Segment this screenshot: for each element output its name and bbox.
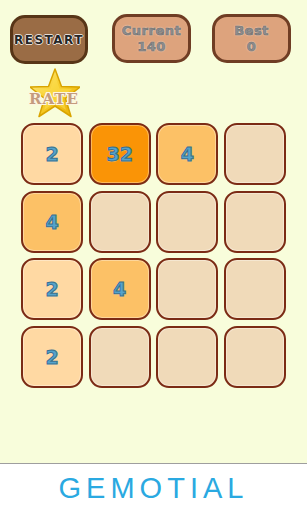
tile-r0c2: 4	[156, 123, 218, 185]
tile-r3c3	[224, 326, 286, 388]
restart-button-label: RESTART	[14, 33, 84, 47]
restart-button[interactable]: RESTART	[10, 15, 88, 64]
rate-button[interactable]: RATE	[22, 64, 86, 126]
tile-r0c0: 2	[21, 123, 83, 185]
tile-r2c0: 2	[21, 258, 83, 320]
best-score-box: Best 0	[212, 14, 291, 63]
footer-bar: GEMOTIAL	[0, 463, 307, 512]
tile-r2c3	[224, 258, 286, 320]
best-score-value: 0	[247, 39, 257, 55]
best-score-label: Best	[234, 23, 269, 39]
current-score-value: 140	[137, 39, 166, 55]
brand-text: GEMOTIAL	[59, 472, 249, 505]
tile-r2c2	[156, 258, 218, 320]
tile-r3c0: 2	[21, 326, 83, 388]
rate-button-label: RATE	[22, 90, 86, 108]
game-board[interactable]: 2 32 4 4 2 4 2	[21, 123, 286, 388]
tile-r3c1	[89, 326, 151, 388]
tile-r3c2	[156, 326, 218, 388]
tile-r0c1: 32	[89, 123, 151, 185]
tile-r1c3	[224, 191, 286, 253]
tile-r1c0: 4	[21, 191, 83, 253]
current-score-box: Current 140	[112, 14, 191, 63]
tile-r0c3	[224, 123, 286, 185]
tile-r1c1	[89, 191, 151, 253]
tile-r1c2	[156, 191, 218, 253]
tile-r2c1: 4	[89, 258, 151, 320]
current-score-label: Current	[122, 23, 181, 39]
